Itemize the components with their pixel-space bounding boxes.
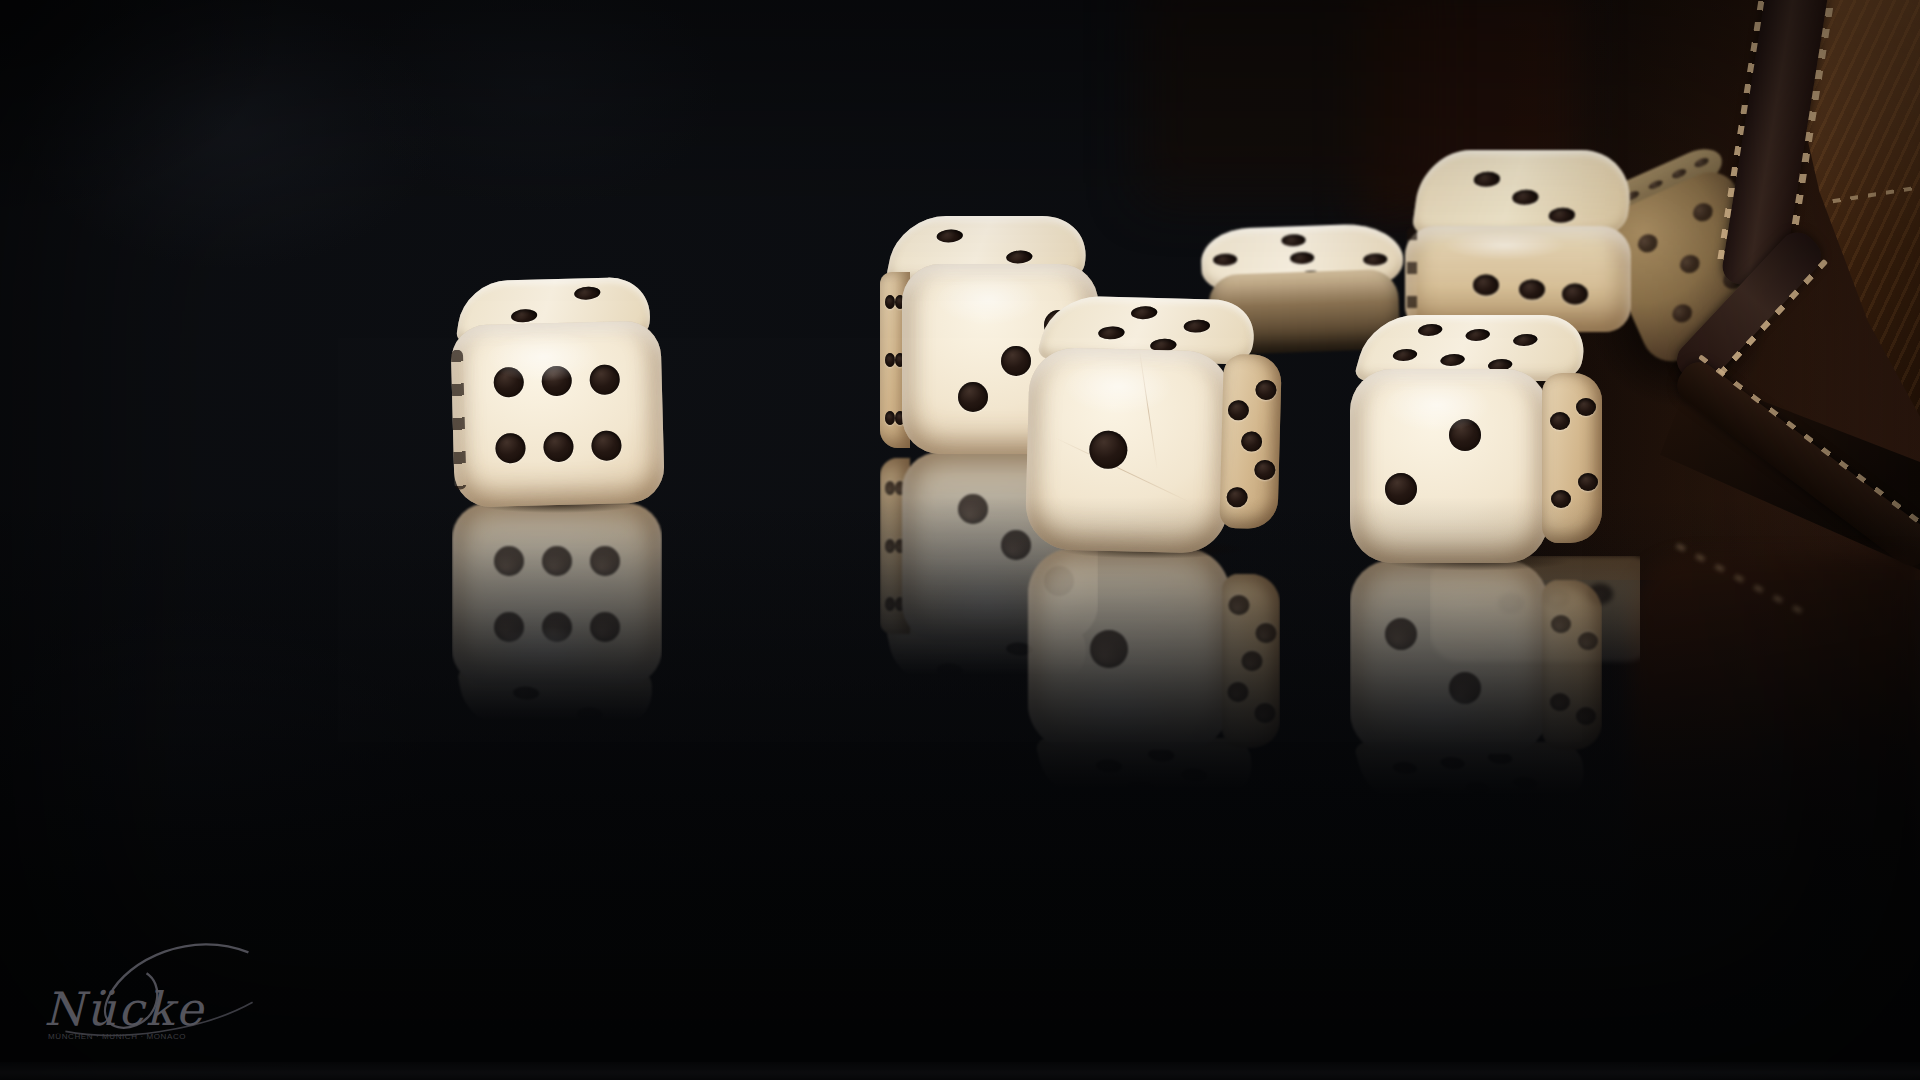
pip [885,353,895,367]
pip [1550,693,1570,711]
photo-stage: Nücke MÜNCHEN · MUNICH · MONACO [0,0,1920,1080]
pip [1449,672,1481,704]
pip [1562,283,1588,304]
die-a [449,274,665,507]
die-e-right-face [1542,373,1602,543]
pip [1094,760,1123,773]
pip [1690,200,1716,225]
pip [1473,172,1501,186]
pip [1290,252,1314,265]
pip [1391,762,1418,774]
pip [1576,398,1596,416]
pip [1439,757,1466,769]
pip [512,687,540,700]
pip [1256,623,1277,643]
pip [1385,473,1417,505]
pip [885,539,895,553]
pip [958,494,988,524]
die-e-reflection [1350,560,1602,810]
pip [1242,651,1263,671]
pip [1228,682,1249,702]
pip [1179,769,1208,782]
pip [1281,234,1305,247]
pip [1090,630,1128,668]
die-e [1350,315,1602,563]
pip [1254,703,1275,723]
pip [573,286,601,300]
pip [1512,190,1540,204]
pip [958,382,988,412]
reflection-face [1028,548,1230,750]
pip [1130,306,1160,320]
pip [1677,252,1703,277]
watermark-name: Nücke [44,986,205,1032]
pip [1576,707,1596,725]
die-c-right-face [1219,354,1282,529]
pip [1670,301,1696,326]
pip [1512,334,1539,346]
pip [1255,379,1277,399]
pip [1512,777,1539,789]
pip [1416,787,1443,799]
pip [885,295,895,309]
pip [1464,782,1491,794]
pip [1694,157,1710,169]
pip [1578,473,1598,491]
reflection-face [452,503,662,685]
pip [1254,460,1276,480]
pip [590,365,621,396]
pip [590,546,620,576]
reflection-face [1222,574,1280,748]
cup-reflection [1630,556,1920,976]
watermark: Nücke MÜNCHEN · MUNICH · MONACO [40,940,360,1060]
pip [1001,346,1031,376]
reflection-face [1350,560,1548,754]
pip [1464,329,1491,341]
pip [590,612,620,642]
reflection-face [1542,580,1602,750]
pip [1551,615,1571,633]
pip [494,546,524,576]
pip [542,546,572,576]
pip [541,366,572,397]
watermark-subtitle: MÜNCHEN · MUNICH · MONACO [48,1032,186,1041]
pip [1127,780,1156,793]
pip [494,612,524,642]
pip [885,411,895,425]
pip [1548,208,1576,222]
die-c [1023,295,1284,556]
pip [1416,324,1443,336]
pip [495,433,526,464]
pip [1385,618,1417,650]
pip [591,430,622,461]
die-a-reflection [452,503,662,735]
crack-line [1139,351,1158,470]
pip [1227,487,1249,507]
pip [1551,490,1571,508]
pip [575,708,603,721]
die-c-front-face [1025,347,1232,554]
pip [885,597,895,611]
pip [1229,595,1250,615]
pip [1005,250,1034,263]
pip [1089,430,1128,469]
die-c-reflection [1026,548,1280,804]
pip [543,431,574,462]
table-front-edge [0,1062,1920,1080]
pip [1213,253,1237,266]
pip [1670,168,1686,180]
pip [1519,279,1545,300]
die-f [1405,150,1643,332]
pip [510,309,538,323]
pip [542,612,572,642]
pip [1228,400,1250,420]
pip [1578,632,1598,650]
pip [1147,748,1176,761]
pip [1182,319,1212,333]
pip [493,367,524,398]
pip [1647,179,1663,191]
background-blur-blob [1140,0,1420,200]
pip [1439,354,1466,366]
pip [1550,412,1570,430]
pip [1241,431,1263,451]
pip [885,481,895,495]
pip [1391,349,1418,361]
pip [1449,419,1481,451]
pip [935,664,964,677]
pip [1363,253,1387,266]
die-e-front-face [1350,369,1548,563]
pip [1096,326,1126,340]
die-a-front-face [450,320,665,507]
pip [1473,275,1499,296]
die-f-top-face [1411,150,1637,236]
pip [935,229,964,242]
die-f-side-edge [1407,228,1417,318]
